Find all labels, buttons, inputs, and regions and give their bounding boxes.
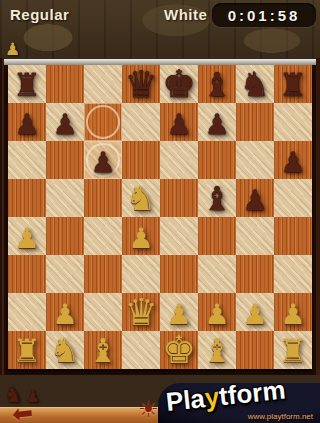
- captured-white-pieces-tray: ♟: [5, 34, 20, 58]
- app-window: Regular White 0:01:58 ♟ ♜♛♚♝♞♜♟♟♟♟♟♟♞♝♟♟…: [0, 0, 320, 423]
- undo-back-arrow-icon[interactable]: ⬅: [11, 400, 34, 423]
- square-a4[interactable]: ♟: [8, 217, 46, 255]
- black-pawn-h6[interactable]: ♟: [274, 141, 312, 179]
- hint-sun-icon[interactable]: ☀: [138, 398, 159, 421]
- square-a3[interactable]: [8, 255, 46, 293]
- square-c7[interactable]: [84, 103, 122, 141]
- black-knight-g8[interactable]: ♞: [236, 65, 274, 103]
- clock-time: 0:01:58: [228, 7, 301, 24]
- white-bishop-c1[interactable]: ♝: [84, 331, 122, 369]
- square-f8[interactable]: ♝: [198, 65, 236, 103]
- square-g1[interactable]: [236, 331, 274, 369]
- square-e5[interactable]: [160, 179, 198, 217]
- square-d8[interactable]: ♛: [122, 65, 160, 103]
- square-g2[interactable]: ♟: [236, 293, 274, 331]
- board-frame: ♜♛♚♝♞♜♟♟♟♟♟♟♞♝♟♟♟♟♛♟♟♟♟♜♞♝♚♝♜: [4, 58, 316, 375]
- white-rook-h1[interactable]: ♜: [274, 331, 312, 369]
- white-pawn-h2[interactable]: ♟: [274, 293, 312, 331]
- square-d5[interactable]: ♞: [122, 179, 160, 217]
- game-clock: 0:01:58: [212, 3, 316, 27]
- playtform-logo[interactable]: Playtform www.playtform.net: [158, 383, 320, 423]
- square-a6[interactable]: [8, 141, 46, 179]
- white-rook-a1[interactable]: ♜: [8, 331, 46, 369]
- white-pawn-d4[interactable]: ♟: [122, 217, 160, 255]
- white-pawn-f2[interactable]: ♟: [198, 293, 236, 331]
- square-a8[interactable]: ♜: [8, 65, 46, 103]
- white-pawn-e2[interactable]: ♟: [160, 293, 198, 331]
- black-pawn-g5[interactable]: ♟: [236, 179, 274, 217]
- square-g7[interactable]: [236, 103, 274, 141]
- square-g4[interactable]: [236, 217, 274, 255]
- square-f6[interactable]: [198, 141, 236, 179]
- square-g5[interactable]: ♟: [236, 179, 274, 217]
- square-h2[interactable]: ♟: [274, 293, 312, 331]
- square-h1[interactable]: ♜: [274, 331, 312, 369]
- chess-board: ♜♛♚♝♞♜♟♟♟♟♟♟♞♝♟♟♟♟♛♟♟♟♟♜♞♝♚♝♜: [8, 65, 312, 369]
- square-f5[interactable]: ♝: [198, 179, 236, 217]
- white-queen-d2[interactable]: ♛: [122, 293, 160, 331]
- square-b6[interactable]: [46, 141, 84, 179]
- square-h6[interactable]: ♟: [274, 141, 312, 179]
- white-knight-b1[interactable]: ♞: [46, 331, 84, 369]
- black-pawn-a7[interactable]: ♟: [8, 103, 46, 141]
- black-bishop-f5[interactable]: ♝: [198, 179, 236, 217]
- square-d2[interactable]: ♛: [122, 293, 160, 331]
- white-pawn-a4[interactable]: ♟: [8, 217, 46, 255]
- square-c4[interactable]: [84, 217, 122, 255]
- black-king-e8[interactable]: ♚: [160, 65, 198, 103]
- black-pawn-e7[interactable]: ♟: [160, 103, 198, 141]
- square-f2[interactable]: ♟: [198, 293, 236, 331]
- square-h5[interactable]: [274, 179, 312, 217]
- square-f3[interactable]: [198, 255, 236, 293]
- white-king-e1[interactable]: ♚: [160, 331, 198, 369]
- black-queen-d8[interactable]: ♛: [122, 65, 160, 103]
- captured-white-pawn-icon: ♟: [5, 41, 20, 58]
- square-h8[interactable]: ♜: [274, 65, 312, 103]
- game-mode-label: Regular: [10, 6, 69, 23]
- square-e3[interactable]: [160, 255, 198, 293]
- square-e4[interactable]: [160, 217, 198, 255]
- header-bar: Regular White 0:01:58: [0, 0, 320, 58]
- square-h4[interactable]: [274, 217, 312, 255]
- square-c3[interactable]: [84, 255, 122, 293]
- black-bishop-f8[interactable]: ♝: [198, 65, 236, 103]
- square-e2[interactable]: ♟: [160, 293, 198, 331]
- turn-indicator-label: White: [164, 6, 207, 23]
- square-b5[interactable]: [46, 179, 84, 217]
- square-a2[interactable]: [8, 293, 46, 331]
- square-d6[interactable]: [122, 141, 160, 179]
- square-e7[interactable]: ♟: [160, 103, 198, 141]
- square-c1[interactable]: ♝: [84, 331, 122, 369]
- black-pawn-b7[interactable]: ♟: [46, 103, 84, 141]
- square-b2[interactable]: ♟: [46, 293, 84, 331]
- square-e8[interactable]: ♚: [160, 65, 198, 103]
- black-pawn-f7[interactable]: ♟: [198, 103, 236, 141]
- square-d1[interactable]: [122, 331, 160, 369]
- black-pawn-c6[interactable]: ♟: [84, 141, 122, 179]
- square-c5[interactable]: [84, 179, 122, 217]
- white-pawn-b2[interactable]: ♟: [46, 293, 84, 331]
- square-c2[interactable]: [84, 293, 122, 331]
- square-a1[interactable]: ♜: [8, 331, 46, 369]
- white-pawn-g2[interactable]: ♟: [236, 293, 274, 331]
- square-g8[interactable]: ♞: [236, 65, 274, 103]
- square-e1[interactable]: ♚: [160, 331, 198, 369]
- board-top-edge: [4, 58, 316, 65]
- square-h7[interactable]: [274, 103, 312, 141]
- square-d7[interactable]: [122, 103, 160, 141]
- square-e6[interactable]: [160, 141, 198, 179]
- square-b3[interactable]: [46, 255, 84, 293]
- square-f7[interactable]: ♟: [198, 103, 236, 141]
- square-g3[interactable]: [236, 255, 274, 293]
- square-c6[interactable]: ♟: [84, 141, 122, 179]
- square-c8[interactable]: [84, 65, 122, 103]
- square-b1[interactable]: ♞: [46, 331, 84, 369]
- square-d4[interactable]: ♟: [122, 217, 160, 255]
- black-rook-a8[interactable]: ♜: [8, 65, 46, 103]
- square-a7[interactable]: ♟: [8, 103, 46, 141]
- square-f1[interactable]: ♝: [198, 331, 236, 369]
- square-b7[interactable]: ♟: [46, 103, 84, 141]
- playtform-website-url: www.playtform.net: [248, 412, 313, 421]
- square-f4[interactable]: [198, 217, 236, 255]
- square-a5[interactable]: [8, 179, 46, 217]
- white-bishop-f1[interactable]: ♝: [198, 331, 236, 369]
- square-d3[interactable]: [122, 255, 160, 293]
- square-b4[interactable]: [46, 217, 84, 255]
- square-h3[interactable]: [274, 255, 312, 293]
- white-knight-d5[interactable]: ♞: [122, 179, 160, 217]
- square-g6[interactable]: [236, 141, 274, 179]
- square-b8[interactable]: [46, 65, 84, 103]
- black-rook-h8[interactable]: ♜: [274, 65, 312, 103]
